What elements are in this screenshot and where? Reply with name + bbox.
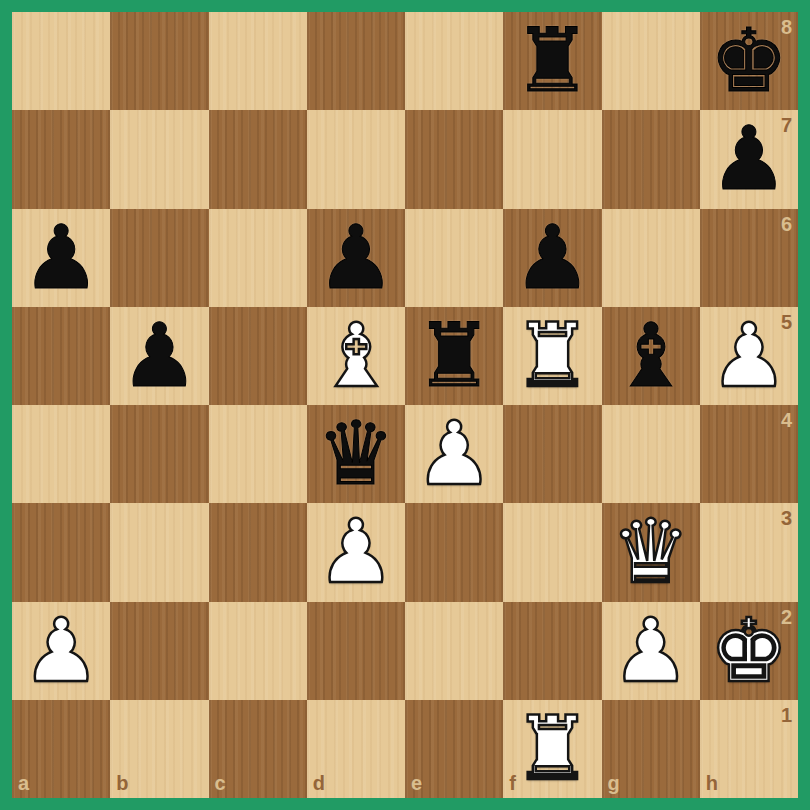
piece-black-pawn-a6[interactable]: ♟ (22, 209, 101, 307)
square-e8[interactable] (405, 12, 503, 110)
square-b5[interactable]: ♟ (110, 307, 208, 405)
square-c5[interactable] (209, 307, 307, 405)
piece-black-rook-f8[interactable]: ♜ (513, 12, 592, 110)
square-d3[interactable]: ♟ (307, 503, 405, 601)
file-label-a: a (18, 773, 29, 793)
piece-black-pawn-d6[interactable]: ♟ (316, 209, 395, 307)
square-c8[interactable] (209, 12, 307, 110)
square-c4[interactable] (209, 405, 307, 503)
square-a6[interactable]: ♟ (12, 209, 110, 307)
square-g4[interactable] (602, 405, 700, 503)
square-e2[interactable] (405, 602, 503, 700)
piece-black-bishop-g5[interactable]: ♝ (611, 307, 690, 405)
file-label-d: d (313, 773, 325, 793)
square-a7[interactable] (12, 110, 110, 208)
file-label-e: e (411, 773, 422, 793)
square-h2[interactable]: 2♚ (700, 602, 798, 700)
square-f1[interactable]: f♜ (503, 700, 601, 798)
square-d5[interactable]: ♝ (307, 307, 405, 405)
square-b8[interactable] (110, 12, 208, 110)
board-frame: ♜8♚7♟♟♟♟6♟♝♜♜♝5♟♛♟4♟♛3♟♟2♚abcdef♜gh1 (0, 0, 810, 810)
square-b1[interactable]: b (110, 700, 208, 798)
square-b4[interactable] (110, 405, 208, 503)
file-label-h: h (706, 773, 718, 793)
square-e7[interactable] (405, 110, 503, 208)
square-a3[interactable] (12, 503, 110, 601)
square-g1[interactable]: g (602, 700, 700, 798)
piece-white-rook-f1[interactable]: ♜ (513, 700, 592, 798)
square-h4[interactable]: 4 (700, 405, 798, 503)
file-label-g: g (608, 773, 620, 793)
square-c3[interactable] (209, 503, 307, 601)
square-a8[interactable] (12, 12, 110, 110)
square-a1[interactable]: a (12, 700, 110, 798)
square-e6[interactable] (405, 209, 503, 307)
square-b6[interactable] (110, 209, 208, 307)
square-f8[interactable]: ♜ (503, 12, 601, 110)
rank-label-1: 1 (781, 705, 792, 725)
square-g2[interactable]: ♟ (602, 602, 700, 700)
rank-label-6: 6 (781, 214, 792, 234)
piece-white-pawn-h5[interactable]: ♟ (709, 307, 788, 405)
square-b3[interactable] (110, 503, 208, 601)
file-label-b: b (116, 773, 128, 793)
square-d2[interactable] (307, 602, 405, 700)
square-b2[interactable] (110, 602, 208, 700)
piece-white-pawn-g2[interactable]: ♟ (611, 602, 690, 700)
piece-black-pawn-h7[interactable]: ♟ (709, 110, 788, 208)
square-a2[interactable]: ♟ (12, 602, 110, 700)
square-a4[interactable] (12, 405, 110, 503)
square-e4[interactable]: ♟ (405, 405, 503, 503)
piece-white-pawn-d3[interactable]: ♟ (316, 503, 395, 601)
square-h3[interactable]: 3 (700, 503, 798, 601)
piece-black-king-h8[interactable]: ♚ (709, 12, 788, 110)
square-e1[interactable]: e (405, 700, 503, 798)
piece-black-pawn-f6[interactable]: ♟ (513, 209, 592, 307)
square-h7[interactable]: 7♟ (700, 110, 798, 208)
piece-black-rook-e5[interactable]: ♜ (415, 307, 494, 405)
square-c1[interactable]: c (209, 700, 307, 798)
square-f6[interactable]: ♟ (503, 209, 601, 307)
square-c7[interactable] (209, 110, 307, 208)
square-g7[interactable] (602, 110, 700, 208)
rank-label-3: 3 (781, 508, 792, 528)
piece-white-queen-g3[interactable]: ♛ (611, 503, 690, 601)
square-d6[interactable]: ♟ (307, 209, 405, 307)
square-f7[interactable] (503, 110, 601, 208)
square-f3[interactable] (503, 503, 601, 601)
square-h5[interactable]: 5♟ (700, 307, 798, 405)
square-h1[interactable]: h1 (700, 700, 798, 798)
piece-black-queen-d4[interactable]: ♛ (316, 405, 395, 503)
file-label-c: c (215, 773, 226, 793)
square-a5[interactable] (12, 307, 110, 405)
square-f5[interactable]: ♜ (503, 307, 601, 405)
square-c6[interactable] (209, 209, 307, 307)
square-b7[interactable] (110, 110, 208, 208)
square-d8[interactable] (307, 12, 405, 110)
square-d4[interactable]: ♛ (307, 405, 405, 503)
piece-black-pawn-b5[interactable]: ♟ (120, 307, 199, 405)
square-c2[interactable] (209, 602, 307, 700)
piece-white-pawn-a2[interactable]: ♟ (22, 602, 101, 700)
square-e5[interactable]: ♜ (405, 307, 503, 405)
square-f4[interactable] (503, 405, 601, 503)
square-g3[interactable]: ♛ (602, 503, 700, 601)
square-g5[interactable]: ♝ (602, 307, 700, 405)
square-h8[interactable]: 8♚ (700, 12, 798, 110)
square-d1[interactable]: d (307, 700, 405, 798)
square-g8[interactable] (602, 12, 700, 110)
square-e3[interactable] (405, 503, 503, 601)
rank-label-4: 4 (781, 410, 792, 430)
square-g6[interactable] (602, 209, 700, 307)
piece-white-bishop-d5[interactable]: ♝ (316, 307, 395, 405)
piece-white-pawn-e4[interactable]: ♟ (415, 405, 494, 503)
square-h6[interactable]: 6 (700, 209, 798, 307)
square-d7[interactable] (307, 110, 405, 208)
piece-white-rook-f5[interactable]: ♜ (513, 307, 592, 405)
square-f2[interactable] (503, 602, 601, 700)
piece-white-king-h2[interactable]: ♚ (709, 602, 788, 700)
chess-board: ♜8♚7♟♟♟♟6♟♝♜♜♝5♟♛♟4♟♛3♟♟2♚abcdef♜gh1 (12, 12, 798, 798)
